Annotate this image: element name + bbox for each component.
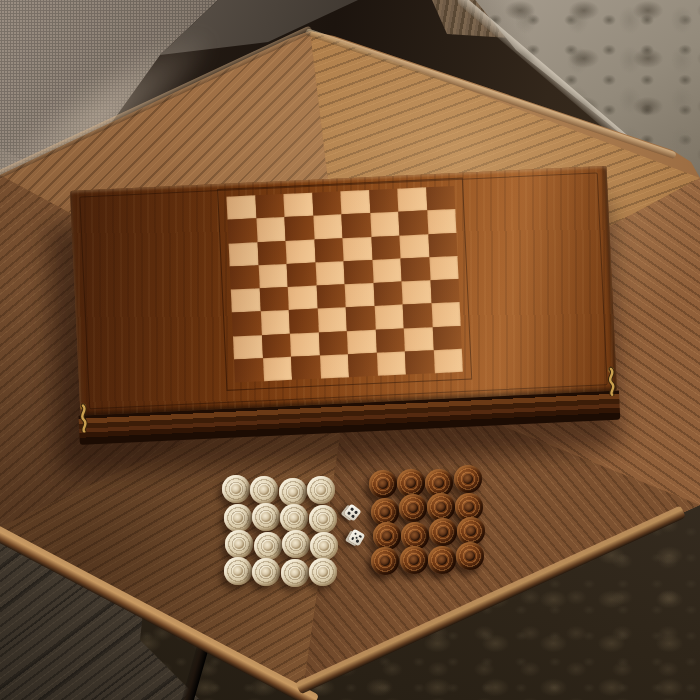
die-pip: [347, 511, 351, 515]
latch-right-icon: [603, 366, 620, 397]
checker-white[interactable]: [281, 559, 309, 587]
die-pip: [358, 534, 362, 538]
die-pip: [353, 532, 357, 536]
checker-dark[interactable]: [429, 518, 457, 546]
checker-dark[interactable]: [454, 465, 482, 493]
game-board-box[interactable]: [70, 166, 618, 446]
checker-white[interactable]: [222, 475, 250, 503]
checker-dark[interactable]: [399, 494, 427, 522]
checker-white[interactable]: [309, 505, 337, 533]
die-pip: [355, 539, 359, 543]
checker-dark[interactable]: [371, 547, 399, 575]
checker-white[interactable]: [224, 504, 252, 532]
checker-white[interactable]: [282, 530, 310, 558]
die-pip: [350, 507, 354, 511]
latch-left-icon: [75, 402, 92, 433]
checker-white[interactable]: [279, 478, 307, 506]
living-room-scene: Overhead photo of a closed wooden backga…: [0, 0, 700, 700]
checker-dark[interactable]: [428, 546, 456, 574]
checker-white[interactable]: [252, 503, 280, 531]
checker-dark[interactable]: [400, 546, 428, 574]
die-pip: [354, 510, 358, 514]
checker-white[interactable]: [310, 532, 338, 560]
checker-white[interactable]: [309, 558, 337, 586]
checker-dark[interactable]: [369, 470, 397, 498]
die-pip: [351, 536, 355, 540]
checker-white[interactable]: [254, 532, 282, 560]
board-lid-sheen: [70, 166, 617, 416]
checker-dark[interactable]: [373, 522, 401, 550]
die-pip: [354, 535, 358, 539]
die-pip: [351, 514, 355, 518]
checker-dark[interactable]: [456, 542, 484, 570]
checker-white[interactable]: [224, 557, 252, 585]
checker-white[interactable]: [252, 558, 280, 586]
